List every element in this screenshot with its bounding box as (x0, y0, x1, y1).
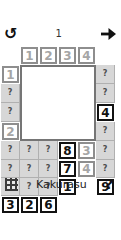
reset-icon[interactable]: ↺ (4, 26, 17, 42)
puzzle-cell-r1c4[interactable]: ? (1, 103, 20, 122)
puzzle-cell-r2c1[interactable]: ? (96, 122, 115, 141)
col-header-1: 1 (21, 47, 38, 64)
right-arrow-icon (100, 27, 117, 41)
puzzle-cell-r2c4[interactable]: ? (39, 141, 58, 160)
col-target-4: 6 (40, 197, 57, 213)
corner-cell (58, 196, 77, 214)
row-header-3: 3 (78, 142, 95, 159)
puzzle-cell-r2c2[interactable]: ? (1, 141, 20, 160)
row-header-2: 2 (2, 123, 19, 140)
board-grid-icon[interactable] (5, 178, 18, 191)
help-icon[interactable]: ? (105, 176, 116, 192)
col-header-2: 2 (40, 47, 57, 64)
row-header-1: 1 (2, 66, 19, 83)
col-target-3: 2 (21, 197, 38, 213)
puzzle-cell-r3c1[interactable]: ? (96, 141, 115, 160)
app-title: Kakurasu (18, 178, 105, 191)
row-target-1: 4 (97, 104, 114, 121)
col-header-4: 4 (78, 47, 95, 64)
puzzle-cell-r1c2[interactable]: ? (1, 84, 20, 103)
top-bar: ↺ 1 (0, 24, 121, 44)
puzzle-cell-r1c3[interactable]: ? (96, 84, 115, 103)
corner-cell (96, 46, 115, 65)
next-level-button[interactable] (100, 27, 117, 41)
puzzle-cell-r1c1[interactable]: ? (96, 65, 115, 84)
puzzle-cell-r2c3[interactable]: ? (20, 141, 39, 160)
col-target-2: 3 (2, 197, 19, 213)
col-header-3: 3 (59, 47, 76, 64)
corner-cell (1, 46, 20, 65)
level-indicator: 1 (56, 29, 62, 39)
bottom-bar: Kakurasu ? (0, 174, 121, 194)
puzzle-block-border (20, 65, 96, 141)
row-target-2: 8 (59, 142, 76, 159)
